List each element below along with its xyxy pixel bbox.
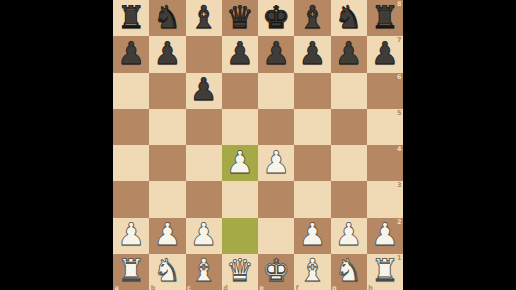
square-f5[interactable]	[294, 109, 330, 145]
square-a3[interactable]	[113, 181, 149, 217]
black-n-piece[interactable]: ♞	[335, 2, 363, 33]
black-p-piece[interactable]: ♟	[262, 38, 290, 69]
square-b2[interactable]: ♟	[149, 218, 185, 254]
square-g4[interactable]	[331, 145, 367, 181]
square-b7[interactable]: ♟	[149, 36, 185, 72]
white-p-piece[interactable]: ♟	[298, 219, 326, 250]
square-b6[interactable]	[149, 73, 185, 109]
white-q-piece[interactable]: ♛	[226, 255, 254, 286]
chessboard: ♜♞♝♛♚♝♞♜8♟♟♟♟♟♟♟7♟65♟♟43♟♟♟♟♟♟2♜a♞b♝c♛d♚…	[113, 0, 403, 290]
square-b4[interactable]	[149, 145, 185, 181]
square-a8[interactable]: ♜	[113, 0, 149, 36]
square-e1[interactable]: ♚e	[258, 254, 294, 290]
square-b3[interactable]	[149, 181, 185, 217]
square-d5[interactable]	[222, 109, 258, 145]
square-d3[interactable]	[222, 181, 258, 217]
white-n-piece[interactable]: ♞	[335, 255, 363, 286]
white-p-piece[interactable]: ♟	[335, 219, 363, 250]
square-d2[interactable]	[222, 218, 258, 254]
rank-coordinate: 6	[397, 74, 402, 81]
white-p-piece[interactable]: ♟	[226, 147, 254, 178]
rank-coordinate: 5	[397, 110, 402, 117]
square-a6[interactable]	[113, 73, 149, 109]
square-f2[interactable]: ♟	[294, 218, 330, 254]
square-g1[interactable]: ♞g	[331, 254, 367, 290]
black-b-piece[interactable]: ♝	[190, 2, 218, 33]
square-c8[interactable]: ♝	[186, 0, 222, 36]
white-p-piece[interactable]: ♟	[117, 219, 145, 250]
black-p-piece[interactable]: ♟	[153, 38, 181, 69]
white-b-piece[interactable]: ♝	[190, 255, 218, 286]
square-c5[interactable]	[186, 109, 222, 145]
square-a4[interactable]	[113, 145, 149, 181]
square-g2[interactable]: ♟	[331, 218, 367, 254]
square-f4[interactable]	[294, 145, 330, 181]
rank-coordinate: 3	[397, 182, 402, 189]
square-c4[interactable]	[186, 145, 222, 181]
square-c3[interactable]	[186, 181, 222, 217]
square-c6[interactable]: ♟	[186, 73, 222, 109]
square-h8[interactable]: ♜8	[367, 0, 403, 36]
square-g8[interactable]: ♞	[331, 0, 367, 36]
square-h6[interactable]: 6	[367, 73, 403, 109]
white-b-piece[interactable]: ♝	[298, 255, 326, 286]
square-e8[interactable]: ♚	[258, 0, 294, 36]
black-p-piece[interactable]: ♟	[371, 38, 399, 69]
white-p-piece[interactable]: ♟	[190, 219, 218, 250]
black-n-piece[interactable]: ♞	[153, 2, 181, 33]
square-d7[interactable]: ♟	[222, 36, 258, 72]
square-a7[interactable]: ♟	[113, 36, 149, 72]
square-a2[interactable]: ♟	[113, 218, 149, 254]
square-f8[interactable]: ♝	[294, 0, 330, 36]
square-e2[interactable]	[258, 218, 294, 254]
square-d4[interactable]: ♟	[222, 145, 258, 181]
square-e6[interactable]	[258, 73, 294, 109]
square-b1[interactable]: ♞b	[149, 254, 185, 290]
square-e3[interactable]	[258, 181, 294, 217]
black-p-piece[interactable]: ♟	[190, 74, 218, 105]
black-b-piece[interactable]: ♝	[298, 2, 326, 33]
square-h7[interactable]: ♟7	[367, 36, 403, 72]
square-g3[interactable]	[331, 181, 367, 217]
square-h2[interactable]: ♟2	[367, 218, 403, 254]
black-r-piece[interactable]: ♜	[117, 2, 145, 33]
white-p-piece[interactable]: ♟	[371, 219, 399, 250]
black-k-piece[interactable]: ♚	[262, 2, 290, 33]
square-d8[interactable]: ♛	[222, 0, 258, 36]
black-p-piece[interactable]: ♟	[117, 38, 145, 69]
square-a5[interactable]	[113, 109, 149, 145]
square-e4[interactable]: ♟	[258, 145, 294, 181]
black-p-piece[interactable]: ♟	[298, 38, 326, 69]
square-h3[interactable]: 3	[367, 181, 403, 217]
white-r-piece[interactable]: ♜	[117, 255, 145, 286]
square-g5[interactable]	[331, 109, 367, 145]
letterbox-left	[0, 0, 113, 290]
square-a1[interactable]: ♜a	[113, 254, 149, 290]
white-k-piece[interactable]: ♚	[262, 255, 290, 286]
black-p-piece[interactable]: ♟	[335, 38, 363, 69]
square-c1[interactable]: ♝c	[186, 254, 222, 290]
square-f6[interactable]	[294, 73, 330, 109]
black-p-piece[interactable]: ♟	[226, 38, 254, 69]
black-q-piece[interactable]: ♛	[226, 2, 254, 33]
square-h4[interactable]: 4	[367, 145, 403, 181]
square-d6[interactable]	[222, 73, 258, 109]
square-f3[interactable]	[294, 181, 330, 217]
letterbox-right	[403, 0, 516, 290]
rank-coordinate: 4	[397, 146, 402, 153]
white-n-piece[interactable]: ♞	[153, 255, 181, 286]
square-h1[interactable]: ♜1h	[367, 254, 403, 290]
square-c7[interactable]	[186, 36, 222, 72]
square-g7[interactable]: ♟	[331, 36, 367, 72]
square-h5[interactable]: 5	[367, 109, 403, 145]
black-r-piece[interactable]: ♜	[371, 2, 399, 33]
white-p-piece[interactable]: ♟	[262, 147, 290, 178]
square-d1[interactable]: ♛d	[222, 254, 258, 290]
square-e5[interactable]	[258, 109, 294, 145]
square-g6[interactable]	[331, 73, 367, 109]
square-e7[interactable]: ♟	[258, 36, 294, 72]
square-f1[interactable]: ♝f	[294, 254, 330, 290]
square-b5[interactable]	[149, 109, 185, 145]
square-b8[interactable]: ♞	[149, 0, 185, 36]
white-r-piece[interactable]: ♜	[371, 255, 399, 286]
square-f7[interactable]: ♟	[294, 36, 330, 72]
white-p-piece[interactable]: ♟	[153, 219, 181, 250]
square-c2[interactable]: ♟	[186, 218, 222, 254]
